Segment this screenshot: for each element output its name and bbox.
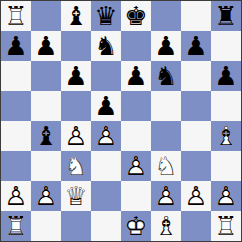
square-d5[interactable]: ♟ <box>91 91 121 121</box>
square-f7[interactable]: ♟ <box>151 31 181 61</box>
black-rook-icon: ♜ <box>211 1 241 31</box>
white-bishop-icon: ♝♗ <box>211 121 241 151</box>
square-b7[interactable]: ♟ <box>31 31 61 61</box>
square-b5[interactable] <box>31 91 61 121</box>
square-d1[interactable] <box>91 211 121 241</box>
square-e6[interactable]: ♟ <box>121 61 151 91</box>
white-pawn-icon: ♟♙ <box>1 181 31 211</box>
square-c2[interactable]: ♛♕ <box>61 181 91 211</box>
black-knight-icon: ♞ <box>91 31 121 61</box>
black-bishop-icon: ♝ <box>31 121 61 151</box>
square-a7[interactable]: ♟ <box>1 31 31 61</box>
square-a8[interactable]: ♜♖ <box>1 1 31 31</box>
square-c6[interactable]: ♟ <box>61 61 91 91</box>
white-pawn-icon: ♟♙ <box>91 121 121 151</box>
square-b6[interactable] <box>31 61 61 91</box>
white-rook-icon: ♜♖ <box>1 1 31 31</box>
square-b1[interactable] <box>31 211 61 241</box>
square-d7[interactable]: ♞ <box>91 31 121 61</box>
square-e8[interactable]: ♚ <box>121 1 151 31</box>
white-rook-icon: ♜♖ <box>1 211 31 241</box>
white-pawn-icon: ♟♙ <box>61 121 91 151</box>
square-g3[interactable] <box>181 151 211 181</box>
square-e3[interactable]: ♟♙ <box>121 151 151 181</box>
white-pawn-icon: ♟♙ <box>211 181 241 211</box>
square-c8[interactable]: ♝ <box>61 1 91 31</box>
square-g1[interactable] <box>181 211 211 241</box>
square-b3[interactable] <box>31 151 61 181</box>
black-pawn-icon: ♟ <box>31 31 61 61</box>
square-a1[interactable]: ♜♖ <box>1 211 31 241</box>
white-king-icon: ♚♔ <box>121 211 151 241</box>
square-d2[interactable] <box>91 181 121 211</box>
chess-board: ♜♖♝♛♚♜♟♟♞♟♟♟♟♞♟♟♝♟♙♟♙♝♗♞♘♟♙♞♘♟♙♟♙♛♕♟♙♟♙♟… <box>0 0 242 242</box>
square-a6[interactable] <box>1 61 31 91</box>
square-g2[interactable]: ♟♙ <box>181 181 211 211</box>
square-g6[interactable] <box>181 61 211 91</box>
black-pawn-icon: ♟ <box>181 31 211 61</box>
square-e4[interactable] <box>121 121 151 151</box>
square-h3[interactable] <box>211 151 241 181</box>
square-b4[interactable]: ♝ <box>31 121 61 151</box>
square-g5[interactable] <box>181 91 211 121</box>
black-bishop-icon: ♝ <box>61 1 91 31</box>
square-h1[interactable]: ♜♖ <box>211 211 241 241</box>
square-e7[interactable] <box>121 31 151 61</box>
white-rook-icon: ♜♖ <box>211 211 241 241</box>
square-h2[interactable]: ♟♙ <box>211 181 241 211</box>
square-f5[interactable] <box>151 91 181 121</box>
square-c3[interactable]: ♞♘ <box>61 151 91 181</box>
square-h6[interactable]: ♟ <box>211 61 241 91</box>
square-h8[interactable]: ♜ <box>211 1 241 31</box>
black-pawn-icon: ♟ <box>211 61 241 91</box>
black-queen-icon: ♛ <box>91 1 121 31</box>
square-d3[interactable] <box>91 151 121 181</box>
black-king-icon: ♚ <box>121 1 151 31</box>
square-a4[interactable] <box>1 121 31 151</box>
square-e1[interactable]: ♚♔ <box>121 211 151 241</box>
square-f4[interactable] <box>151 121 181 151</box>
square-c7[interactable] <box>61 31 91 61</box>
white-pawn-icon: ♟♙ <box>151 181 181 211</box>
square-f1[interactable]: ♝♗ <box>151 211 181 241</box>
black-pawn-icon: ♟ <box>151 31 181 61</box>
square-a5[interactable] <box>1 91 31 121</box>
square-d6[interactable] <box>91 61 121 91</box>
square-h5[interactable] <box>211 91 241 121</box>
white-queen-icon: ♛♕ <box>61 181 91 211</box>
square-e2[interactable] <box>121 181 151 211</box>
black-pawn-icon: ♟ <box>61 61 91 91</box>
black-pawn-icon: ♟ <box>91 91 121 121</box>
black-knight-icon: ♞ <box>151 61 181 91</box>
square-g7[interactable]: ♟ <box>181 31 211 61</box>
white-bishop-icon: ♝♗ <box>151 211 181 241</box>
square-a3[interactable] <box>1 151 31 181</box>
white-pawn-icon: ♟♙ <box>31 181 61 211</box>
white-pawn-icon: ♟♙ <box>121 151 151 181</box>
square-g8[interactable] <box>181 1 211 31</box>
square-a2[interactable]: ♟♙ <box>1 181 31 211</box>
square-c4[interactable]: ♟♙ <box>61 121 91 151</box>
white-knight-icon: ♞♘ <box>61 151 91 181</box>
white-knight-icon: ♞♘ <box>151 151 181 181</box>
square-f6[interactable]: ♞ <box>151 61 181 91</box>
square-f2[interactable]: ♟♙ <box>151 181 181 211</box>
square-d4[interactable]: ♟♙ <box>91 121 121 151</box>
board-wrapper: ♜♖♝♛♚♜♟♟♞♟♟♟♟♞♟♟♝♟♙♟♙♝♗♞♘♟♙♞♘♟♙♟♙♛♕♟♙♟♙♟… <box>0 0 242 242</box>
square-b8[interactable] <box>31 1 61 31</box>
square-c5[interactable] <box>61 91 91 121</box>
square-h4[interactable]: ♝♗ <box>211 121 241 151</box>
black-pawn-icon: ♟ <box>1 31 31 61</box>
square-h7[interactable] <box>211 31 241 61</box>
square-c1[interactable] <box>61 211 91 241</box>
square-d8[interactable]: ♛ <box>91 1 121 31</box>
square-f3[interactable]: ♞♘ <box>151 151 181 181</box>
square-g4[interactable] <box>181 121 211 151</box>
square-f8[interactable] <box>151 1 181 31</box>
square-e5[interactable] <box>121 91 151 121</box>
white-pawn-icon: ♟♙ <box>181 181 211 211</box>
black-pawn-icon: ♟ <box>121 61 151 91</box>
square-b2[interactable]: ♟♙ <box>31 181 61 211</box>
